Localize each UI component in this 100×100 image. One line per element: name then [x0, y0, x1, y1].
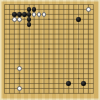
white-stone: [42, 12, 47, 17]
black-stone: [27, 17, 32, 22]
black-stone: [27, 22, 32, 27]
white-stone: [17, 86, 22, 91]
white-stone: [37, 12, 42, 17]
stone-layer: [2, 2, 96, 96]
black-stone: [27, 12, 32, 17]
black-stone: [27, 7, 32, 12]
black-stone: [32, 7, 37, 12]
white-stone: [32, 12, 37, 17]
go-board[interactable]: [0, 0, 100, 100]
white-stone: [12, 17, 17, 22]
black-stone: [76, 17, 81, 22]
black-stone: [81, 81, 86, 86]
black-stone: [66, 81, 71, 86]
white-stone: [86, 7, 91, 12]
white-stone: [17, 66, 22, 71]
black-stone: [12, 12, 17, 17]
black-stone: [17, 12, 22, 17]
black-stone: [22, 12, 27, 17]
white-stone: [17, 17, 22, 22]
